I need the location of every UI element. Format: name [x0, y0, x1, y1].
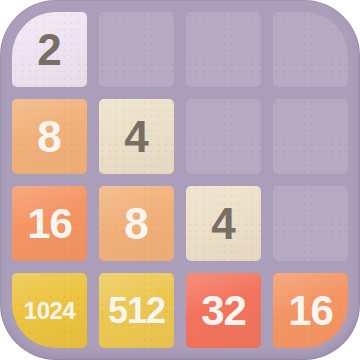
tile-4: 4: [99, 99, 174, 174]
tile-16: 16: [12, 186, 87, 261]
empty-cell: [186, 12, 261, 87]
empty-cell: [99, 12, 174, 87]
game-board-2048[interactable]: 284168410245123216: [0, 0, 360, 360]
tile-2: 2: [12, 12, 87, 87]
tile-8: 8: [12, 99, 87, 174]
tile-16: 16: [273, 273, 348, 348]
empty-cell: [186, 99, 261, 174]
tile-32: 32: [186, 273, 261, 348]
empty-cell: [273, 186, 348, 261]
tile-1024: 1024: [12, 273, 87, 348]
tile-8: 8: [99, 186, 174, 261]
empty-cell: [273, 12, 348, 87]
tile-4: 4: [186, 186, 261, 261]
tile-512: 512: [99, 273, 174, 348]
empty-cell: [273, 99, 348, 174]
